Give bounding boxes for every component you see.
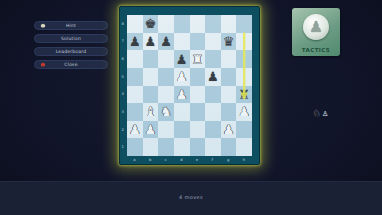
leaderboard-button-label: Leaderboard (56, 49, 87, 54)
square-e8[interactable] (190, 15, 206, 33)
square-a6[interactable] (127, 50, 143, 68)
square-c3[interactable]: ♞ (158, 103, 174, 121)
black-pawn[interactable]: ♟ (207, 70, 219, 83)
rank-label-3: 3 (122, 110, 124, 114)
square-a1[interactable] (127, 138, 143, 156)
black-king[interactable]: ♚ (145, 17, 157, 30)
square-b7[interactable]: ♟ (143, 33, 159, 51)
square-g8[interactable] (221, 15, 237, 33)
rank-label-2: 2 (122, 128, 124, 132)
white-rook[interactable]: ♜ (191, 53, 203, 66)
square-f4[interactable] (205, 86, 221, 104)
black-rook[interactable]: ♜ (238, 88, 250, 101)
square-b6[interactable] (143, 50, 159, 68)
black-pawn[interactable]: ♟ (176, 53, 188, 66)
rank-label-4: 4 (122, 92, 124, 96)
rank-label-6: 6 (122, 57, 124, 61)
solution-button-label: Solution (61, 36, 81, 41)
square-g1[interactable] (221, 138, 237, 156)
square-h4[interactable]: ♜ (236, 86, 252, 104)
square-h8[interactable] (236, 15, 252, 33)
square-b3[interactable]: ♝ (143, 103, 159, 121)
square-h2[interactable] (236, 121, 252, 139)
square-d6[interactable]: ♟ (174, 50, 190, 68)
square-h3[interactable]: ♟ (236, 103, 252, 121)
rank-label-8: 8 (122, 22, 124, 26)
close-icon (41, 63, 45, 67)
square-f8[interactable] (205, 15, 221, 33)
square-c5[interactable] (158, 68, 174, 86)
close-button-label: Close (64, 62, 77, 67)
solution-button[interactable]: Solution (34, 34, 108, 43)
square-b8[interactable]: ♚ (143, 15, 159, 33)
hint-button[interactable]: Hint (34, 21, 108, 30)
square-e5[interactable] (190, 68, 206, 86)
square-g7[interactable]: ♛ (221, 33, 237, 51)
square-f7[interactable] (205, 33, 221, 51)
square-a7[interactable]: ♟ (127, 33, 143, 51)
white-bishop[interactable]: ♝ (145, 105, 157, 118)
pawn-logo-icon: ♟ (309, 20, 322, 35)
board-grid: ♚♟♟♟♛♟♜♟♟♟♜♝♞♟♟♟♟87654321abcdefgh (127, 15, 252, 156)
square-d4[interactable]: ♟ (174, 86, 190, 104)
captured-knight-icon: ♞ (313, 109, 321, 118)
chess-board: ♚♟♟♟♛♟♜♟♟♟♜♝♞♟♟♟♟87654321abcdefgh (119, 6, 260, 165)
square-a5[interactable] (127, 68, 143, 86)
square-f2[interactable] (205, 121, 221, 139)
close-button[interactable]: Close (34, 60, 108, 69)
square-g2[interactable]: ♟ (221, 121, 237, 139)
square-f6[interactable] (205, 50, 221, 68)
square-c7[interactable]: ♟ (158, 33, 174, 51)
square-e2[interactable] (190, 121, 206, 139)
white-pawn[interactable]: ♟ (145, 123, 157, 136)
black-pawn[interactable]: ♟ (145, 35, 157, 48)
rank-label-7: 7 (122, 39, 124, 43)
tactics-logo-circle: ♟ (303, 14, 329, 40)
square-h1[interactable] (236, 138, 252, 156)
captured-pawn-icon: ♙ (322, 111, 328, 118)
square-d2[interactable] (174, 121, 190, 139)
white-knight[interactable]: ♞ (160, 105, 172, 118)
square-b2[interactable]: ♟ (143, 121, 159, 139)
file-label-f: f (211, 158, 212, 162)
square-a2[interactable]: ♟ (127, 121, 143, 139)
square-a4[interactable] (127, 86, 143, 104)
black-queen[interactable]: ♛ (223, 35, 235, 48)
square-c8[interactable] (158, 15, 174, 33)
square-d7[interactable] (174, 33, 190, 51)
square-e1[interactable] (190, 138, 206, 156)
file-label-g: g (227, 158, 229, 162)
square-c4[interactable] (158, 86, 174, 104)
square-e7[interactable] (190, 33, 206, 51)
tactics-screen: Hint Solution Leaderboard Close ♚♟♟♟♛♟♜♟… (0, 0, 382, 215)
white-pawn[interactable]: ♟ (223, 123, 235, 136)
square-b1[interactable] (143, 138, 159, 156)
square-g4[interactable] (221, 86, 237, 104)
square-b4[interactable] (143, 86, 159, 104)
square-d1[interactable] (174, 138, 190, 156)
moves-counter: 4 moves (0, 194, 382, 200)
square-e3[interactable] (190, 103, 206, 121)
material-indicator: ♞ ♙ (313, 109, 328, 118)
rank-label-5: 5 (122, 75, 124, 79)
file-label-b: b (149, 158, 151, 162)
file-label-c: c (165, 158, 167, 162)
file-label-h: h (243, 158, 245, 162)
square-d3[interactable] (174, 103, 190, 121)
square-e6[interactable]: ♜ (190, 50, 206, 68)
square-g6[interactable] (221, 50, 237, 68)
tactics-tile[interactable]: ♟ TACTICS (292, 8, 340, 56)
square-f1[interactable] (205, 138, 221, 156)
hint-icon (41, 24, 45, 28)
square-h6[interactable] (236, 50, 252, 68)
square-g5[interactable] (221, 68, 237, 86)
file-label-a: a (133, 158, 135, 162)
hint-button-label: Hint (66, 23, 76, 28)
square-f5[interactable]: ♟ (205, 68, 221, 86)
black-pawn[interactable]: ♟ (160, 35, 172, 48)
square-c1[interactable] (158, 138, 174, 156)
file-label-e: e (196, 158, 198, 162)
square-d8[interactable] (174, 15, 190, 33)
square-c6[interactable] (158, 50, 174, 68)
square-h7[interactable] (236, 33, 252, 51)
square-a8[interactable] (127, 15, 143, 33)
square-g3[interactable] (221, 103, 237, 121)
status-bar: 4 moves (0, 181, 382, 215)
square-b5[interactable] (143, 68, 159, 86)
rank-label-1: 1 (122, 145, 124, 149)
white-pawn[interactable]: ♟ (238, 105, 250, 118)
file-label-d: d (180, 158, 182, 162)
black-pawn[interactable]: ♟ (129, 35, 141, 48)
square-e4[interactable] (190, 86, 206, 104)
leaderboard-button[interactable]: Leaderboard (34, 47, 108, 56)
square-h5[interactable] (236, 68, 252, 86)
white-pawn[interactable]: ♟ (176, 88, 188, 101)
white-pawn[interactable]: ♟ (129, 123, 141, 136)
square-f3[interactable] (205, 103, 221, 121)
menu-panel: Hint Solution Leaderboard Close (34, 21, 108, 73)
square-c2[interactable] (158, 121, 174, 139)
white-pawn[interactable]: ♟ (176, 70, 188, 83)
tactics-tile-label: TACTICS (292, 47, 340, 53)
square-a3[interactable] (127, 103, 143, 121)
square-d5[interactable]: ♟ (174, 68, 190, 86)
